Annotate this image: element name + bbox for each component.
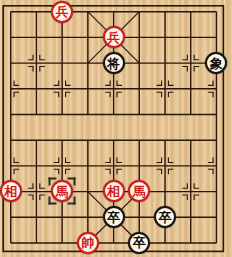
- piece-black-elephant[interactable]: 象: [205, 52, 227, 74]
- board-point-2-7: 馬: [49, 179, 75, 205]
- piece-black-soldier[interactable]: 卒: [103, 206, 125, 228]
- piece-red-elephant[interactable]: 相: [103, 180, 125, 202]
- piece-black-soldier[interactable]: 卒: [154, 206, 176, 228]
- piece-red-soldier[interactable]: 兵: [103, 26, 125, 48]
- piece-black-general[interactable]: 将: [103, 52, 125, 74]
- piece-red-elephant[interactable]: 相: [0, 180, 22, 202]
- board-point-8-2: 象: [204, 50, 230, 76]
- piece-red-horse[interactable]: 馬: [128, 180, 150, 202]
- board-point-0-7: 相: [0, 179, 24, 205]
- board-point-4-1: 兵: [101, 25, 127, 51]
- board-point-5-7: 馬: [126, 179, 152, 205]
- board-point-2-0: 兵: [49, 0, 75, 25]
- board-point-6-8: 卒: [152, 204, 178, 230]
- pieces-layer: 兵兵将象相馬相馬卒卒帥卒: [0, 0, 229, 256]
- piece-black-soldier[interactable]: 卒: [128, 232, 150, 254]
- board-point-4-8: 卒: [101, 204, 127, 230]
- xiangqi-board: 兵兵将象相馬相馬卒卒帥卒: [0, 0, 232, 257]
- board-point-5-9: 卒: [126, 230, 152, 256]
- piece-red-soldier[interactable]: 兵: [51, 1, 73, 23]
- board-point-4-7: 相: [101, 179, 127, 205]
- board-point-3-9: 帥: [75, 230, 101, 256]
- piece-red-general[interactable]: 帥: [77, 232, 99, 254]
- board-point-4-2: 将: [101, 50, 127, 76]
